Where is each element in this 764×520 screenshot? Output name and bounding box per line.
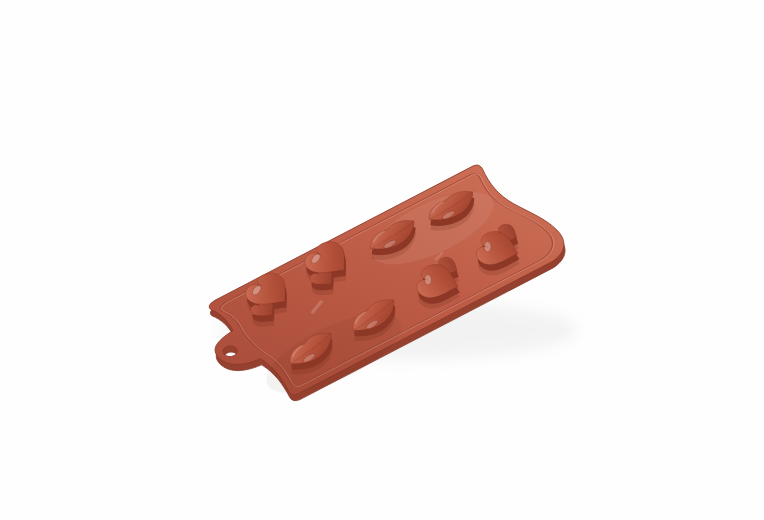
product-image	[0, 0, 764, 520]
product-photo	[0, 0, 764, 520]
mold-tray	[176, 154, 580, 417]
